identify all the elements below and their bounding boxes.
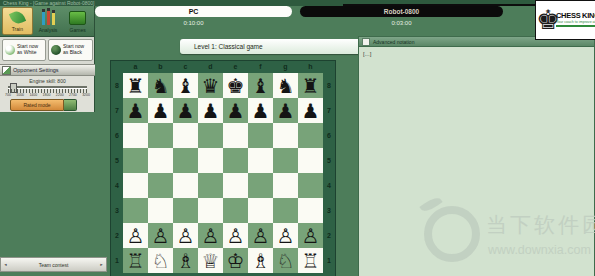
file-label-c: c	[173, 61, 198, 73]
square-h1[interactable]: ♖	[298, 248, 323, 273]
square-f5[interactable]	[248, 148, 273, 173]
rank-label-3: 3	[323, 198, 335, 223]
square-d5[interactable]	[198, 148, 223, 173]
square-g4[interactable]	[273, 173, 298, 198]
file-label-a: a	[123, 61, 148, 73]
rank-label-6: 6	[111, 123, 123, 148]
square-e3[interactable]	[223, 198, 248, 223]
rank-label-4: 4	[323, 173, 335, 198]
start-buttons-row: Start nowas White Start nowas Black	[0, 37, 95, 64]
square-f1[interactable]: ♗	[248, 248, 273, 273]
square-f3[interactable]	[248, 198, 273, 223]
square-c1[interactable]: ♗	[173, 248, 198, 273]
analysis-label: Analysis	[39, 27, 58, 33]
square-e4[interactable]	[223, 173, 248, 198]
square-g1[interactable]: ♘	[273, 248, 298, 273]
rank-label-2: 2	[111, 223, 123, 248]
square-e7[interactable]: ♟	[223, 98, 248, 123]
train-label: Train	[12, 26, 23, 32]
square-f6[interactable]	[248, 123, 273, 148]
board-squares: ♜♞♝♛♚♝♞♜♟♟♟♟♟♟♟♟♙♙♙♙♙♙♙♙♖♘♗♕♔♗♘♖	[123, 73, 323, 273]
start-as-black-button[interactable]: Start nowas Black	[48, 39, 93, 61]
square-c4[interactable]	[173, 173, 198, 198]
square-g3[interactable]	[273, 198, 298, 223]
square-f8[interactable]: ♝	[248, 73, 273, 98]
toolbar-games-button[interactable]: Games	[63, 7, 92, 35]
rank-label-1: 1	[111, 248, 123, 273]
square-f4[interactable]	[248, 173, 273, 198]
white-ball-icon	[5, 45, 15, 55]
square-e6[interactable]	[223, 123, 248, 148]
board-files-top: abcdefgh	[123, 61, 335, 73]
games-label: Games	[70, 27, 86, 33]
rated-mode-toggle[interactable]	[64, 99, 77, 111]
file-label-f: f	[248, 61, 273, 73]
logo-tagline: Your coach to improve at Chess	[556, 20, 595, 24]
chess-board: abcdefgh 87654321 ♜♞♝♛♚♝♞♜♟♟♟♟♟♟♟♟♙♙♙♙♙♙…	[110, 60, 336, 276]
square-d6[interactable]	[198, 123, 223, 148]
square-a1[interactable]: ♖	[123, 248, 148, 273]
logo-title: CHESS KING	[556, 11, 595, 20]
file-label-g: g	[273, 61, 298, 73]
square-b1[interactable]: ♘	[148, 248, 173, 273]
scroll-left-icon[interactable]: ◄	[1, 262, 10, 267]
team-contest-label: Team contest	[10, 262, 97, 268]
file-label-d: d	[198, 61, 223, 73]
board-ranks-left: 87654321	[111, 73, 123, 273]
rank-label-5: 5	[111, 148, 123, 173]
file-label-b: b	[148, 61, 173, 73]
square-h8[interactable]: ♜	[298, 73, 323, 98]
square-c5[interactable]	[173, 148, 198, 173]
square-h6[interactable]	[298, 123, 323, 148]
chess-king-logo: ♚ 21 CHESS KING Your coach to improve at…	[535, 0, 595, 40]
square-b3[interactable]	[148, 198, 173, 223]
square-a6[interactable]	[123, 123, 148, 148]
expander-icon	[2, 66, 11, 75]
square-c3[interactable]	[173, 198, 198, 223]
square-b6[interactable]	[148, 123, 173, 148]
slider-scale-labels: 700100014001800220027003200	[5, 93, 90, 97]
watermark-site-name: 当下软件园	[486, 211, 595, 239]
analysis-bars-icon	[42, 11, 55, 25]
black-ball-icon	[51, 45, 61, 55]
square-g6[interactable]	[273, 123, 298, 148]
square-b2[interactable]: ♙	[148, 223, 173, 248]
games-box-icon	[69, 11, 86, 25]
square-h3[interactable]	[298, 198, 323, 223]
square-e8[interactable]: ♚	[223, 73, 248, 98]
rank-label-8: 8	[323, 73, 335, 98]
square-b5[interactable]	[148, 148, 173, 173]
square-a7[interactable]: ♟	[123, 98, 148, 123]
square-b4[interactable]	[148, 173, 173, 198]
train-leaf-icon	[9, 9, 26, 26]
king-piece-icon: ♚	[536, 1, 556, 39]
board-ranks-right: 87654321	[323, 73, 335, 273]
opponent-settings-header[interactable]: Opponent Settings	[0, 64, 95, 76]
opponent-settings-label: Opponent Settings	[13, 67, 59, 73]
square-a8[interactable]: ♜	[123, 73, 148, 98]
square-d8[interactable]: ♛	[198, 73, 223, 98]
rank-label-2: 2	[323, 223, 335, 248]
square-e2[interactable]: ♙	[223, 223, 248, 248]
rated-mode-row: Rated mode	[10, 99, 77, 111]
rank-label-8: 8	[111, 73, 123, 98]
square-h4[interactable]	[298, 173, 323, 198]
square-g7[interactable]: ♟	[273, 98, 298, 123]
file-label-h: h	[298, 61, 323, 73]
white-clock: 0:10:00	[95, 19, 292, 28]
watermark-site-url: www.downxia.com	[488, 243, 591, 257]
rank-label-7: 7	[323, 98, 335, 123]
notation-content: [...]	[363, 51, 371, 57]
toolbar-analysis-button[interactable]: Analysis	[34, 7, 63, 35]
square-d4[interactable]	[198, 173, 223, 198]
square-d7[interactable]: ♟	[198, 98, 223, 123]
start-as-white-button[interactable]: Start nowas White	[2, 39, 46, 61]
rank-label-3: 3	[111, 198, 123, 223]
rank-label-1: 1	[323, 248, 335, 273]
start-black-label: Start nowas Black	[63, 44, 84, 56]
square-b8[interactable]: ♞	[148, 73, 173, 98]
square-c2[interactable]: ♙	[173, 223, 198, 248]
rank-label-5: 5	[323, 148, 335, 173]
square-d1[interactable]: ♕	[198, 248, 223, 273]
square-c8[interactable]: ♝	[173, 73, 198, 98]
square-c6[interactable]	[173, 123, 198, 148]
square-b7[interactable]: ♟	[148, 98, 173, 123]
logo-underline	[556, 25, 595, 27]
square-h5[interactable]	[298, 148, 323, 173]
rank-label-6: 6	[323, 123, 335, 148]
engine-panel: Engine skill: 800 7001000140018002200270…	[0, 76, 95, 112]
watermark-logo-icon	[424, 206, 480, 262]
file-label-e: e	[223, 61, 248, 73]
square-e1[interactable]: ♔	[223, 248, 248, 273]
square-e5[interactable]	[223, 148, 248, 173]
white-player-plate: PC	[95, 6, 292, 17]
rated-mode-button[interactable]: Rated mode	[10, 99, 64, 111]
square-f7[interactable]: ♟	[248, 98, 273, 123]
black-player-plate: Robot-0800	[300, 6, 503, 17]
square-c7[interactable]: ♟	[173, 98, 198, 123]
notation-icon	[362, 38, 370, 46]
square-d3[interactable]	[198, 198, 223, 223]
square-a5[interactable]	[123, 148, 148, 173]
scroll-right-icon[interactable]: ►	[97, 262, 106, 267]
square-a3[interactable]	[123, 198, 148, 223]
square-d2[interactable]: ♙	[198, 223, 223, 248]
square-h7[interactable]: ♟	[298, 98, 323, 123]
black-clock: 0:03:00	[300, 19, 503, 28]
square-g2[interactable]: ♙	[273, 223, 298, 248]
square-g8[interactable]: ♞	[273, 73, 298, 98]
main-toolbar: Train Analysis Games	[0, 6, 95, 37]
rank-label-7: 7	[111, 98, 123, 123]
start-white-label: Start nowas White	[17, 44, 38, 56]
team-contest-bar[interactable]: ◄ Team contest ►	[0, 257, 107, 272]
notation-header-label: Advanced notation	[373, 39, 414, 45]
square-h2[interactable]: ♙	[298, 223, 323, 248]
level-bar: Level 1: Classical game	[180, 39, 362, 54]
square-f2[interactable]: ♙	[248, 223, 273, 248]
rank-label-4: 4	[111, 173, 123, 198]
square-a4[interactable]	[123, 173, 148, 198]
toolbar-train-button[interactable]: Train	[2, 7, 33, 35]
square-g5[interactable]	[273, 148, 298, 173]
square-a2[interactable]: ♙	[123, 223, 148, 248]
